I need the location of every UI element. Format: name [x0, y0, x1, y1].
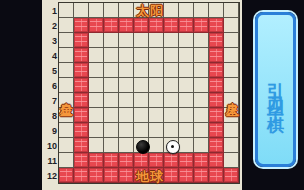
white-stone: [166, 140, 180, 154]
wall-brick-cell[interactable]: [209, 168, 224, 183]
wall-brick-cell[interactable]: [179, 168, 194, 183]
board-cell[interactable]: [194, 33, 209, 48]
board-cell[interactable]: [119, 33, 134, 48]
wall-brick-cell[interactable]: [209, 123, 224, 138]
wall-brick-cell[interactable]: [89, 18, 104, 33]
wall-brick-cell[interactable]: [74, 78, 89, 93]
wall-brick-cell[interactable]: [164, 168, 179, 183]
board-cell[interactable]: [149, 78, 164, 93]
board-cell[interactable]: [149, 108, 164, 123]
board-cell[interactable]: [179, 48, 194, 63]
board-cell[interactable]: [224, 78, 239, 93]
wall-brick-cell[interactable]: [194, 153, 209, 168]
row-number-3: 3: [45, 34, 57, 49]
board-cell[interactable]: [164, 3, 179, 18]
board-cell[interactable]: [224, 138, 239, 153]
wall-brick-cell[interactable]: [209, 63, 224, 78]
wall-brick-cell[interactable]: [89, 168, 104, 183]
board-cell[interactable]: [194, 123, 209, 138]
black-stone: [136, 140, 150, 154]
board-cell[interactable]: [89, 33, 104, 48]
wall-brick-cell[interactable]: [209, 33, 224, 48]
board-cell[interactable]: [119, 48, 134, 63]
board-cell[interactable]: [194, 3, 209, 18]
board-cell[interactable]: [59, 153, 74, 168]
board-cell[interactable]: [104, 63, 119, 78]
board-cell[interactable]: [89, 78, 104, 93]
wall-brick-cell[interactable]: [59, 168, 74, 183]
board-cell[interactable]: [119, 78, 134, 93]
board-cell[interactable]: [224, 108, 239, 123]
title-banner: 引力四子棋: [255, 12, 296, 167]
board-cell[interactable]: [149, 3, 164, 18]
board-cell[interactable]: [104, 138, 119, 153]
wall-brick-cell[interactable]: [134, 168, 149, 183]
board-cell[interactable]: [179, 93, 194, 108]
board-cell[interactable]: [104, 48, 119, 63]
wall-brick-cell[interactable]: [104, 18, 119, 33]
row-number-2: 2: [45, 19, 57, 34]
row-number-1: 1: [45, 4, 57, 19]
board-panel: 太阳 地球 金星 火星 123456789101112: [42, 0, 242, 190]
last-move-marker: [171, 145, 174, 148]
wall-brick-cell[interactable]: [119, 168, 134, 183]
board-cell[interactable]: [59, 33, 74, 48]
wall-brick-cell[interactable]: [209, 48, 224, 63]
board-cell[interactable]: [134, 3, 149, 18]
banner-title-text: 引力四子棋: [264, 70, 287, 110]
board-cell[interactable]: [89, 108, 104, 123]
wall-brick-cell[interactable]: [104, 168, 119, 183]
wall-brick-cell[interactable]: [74, 108, 89, 123]
row-number-11: 11: [45, 154, 57, 169]
board-cell[interactable]: [59, 138, 74, 153]
row-number-8: 8: [45, 109, 57, 124]
board-cell[interactable]: [179, 78, 194, 93]
wall-brick-cell[interactable]: [89, 153, 104, 168]
board-cell[interactable]: [194, 93, 209, 108]
wall-brick-cell[interactable]: [149, 153, 164, 168]
board-cell[interactable]: [179, 138, 194, 153]
wall-brick-cell[interactable]: [74, 33, 89, 48]
board-cell[interactable]: [89, 63, 104, 78]
wall-brick-cell[interactable]: [179, 18, 194, 33]
wall-brick-cell[interactable]: [104, 153, 119, 168]
board-cell[interactable]: [224, 153, 239, 168]
wall-brick-cell[interactable]: [134, 153, 149, 168]
board-cell[interactable]: [89, 123, 104, 138]
wall-brick-cell[interactable]: [119, 153, 134, 168]
board-cell[interactable]: [149, 123, 164, 138]
board-cell[interactable]: [59, 18, 74, 33]
board-cell[interactable]: [224, 33, 239, 48]
board-cell[interactable]: [164, 33, 179, 48]
board-cell[interactable]: [59, 3, 74, 18]
wall-brick-cell[interactable]: [119, 18, 134, 33]
board-cell[interactable]: [164, 63, 179, 78]
board-cell[interactable]: [134, 63, 149, 78]
wall-brick-cell[interactable]: [194, 168, 209, 183]
board-cell[interactable]: [119, 63, 134, 78]
board-cell[interactable]: [104, 108, 119, 123]
board-cell[interactable]: [224, 48, 239, 63]
board-cell[interactable]: [194, 78, 209, 93]
board-cell[interactable]: [134, 123, 149, 138]
wall-brick-cell[interactable]: [179, 153, 194, 168]
wall-brick-cell[interactable]: [149, 168, 164, 183]
row-number-5: 5: [45, 64, 57, 79]
wall-brick-cell[interactable]: [209, 78, 224, 93]
board-cell[interactable]: [104, 3, 119, 18]
wall-brick-cell[interactable]: [164, 153, 179, 168]
board-cell[interactable]: [194, 48, 209, 63]
board-cell[interactable]: [59, 108, 74, 123]
wall-brick-cell[interactable]: [74, 138, 89, 153]
wall-brick-cell[interactable]: [74, 153, 89, 168]
wall-brick-cell[interactable]: [74, 123, 89, 138]
board-cell[interactable]: [224, 123, 239, 138]
wall-brick-cell[interactable]: [74, 18, 89, 33]
board-cell[interactable]: [134, 93, 149, 108]
board-cell[interactable]: [224, 3, 239, 18]
wall-brick-cell[interactable]: [194, 18, 209, 33]
board-cell[interactable]: [179, 108, 194, 123]
board-cell[interactable]: [179, 3, 194, 18]
board-cell[interactable]: [119, 108, 134, 123]
board-cell[interactable]: [134, 108, 149, 123]
board-cell[interactable]: [59, 48, 74, 63]
row-number-6: 6: [45, 79, 57, 94]
board-cell[interactable]: [134, 78, 149, 93]
board-cell[interactable]: [164, 48, 179, 63]
wall-brick-cell[interactable]: [74, 93, 89, 108]
board-cell[interactable]: [59, 63, 74, 78]
wall-brick-cell[interactable]: [209, 153, 224, 168]
board-cell[interactable]: [224, 63, 239, 78]
board-cell[interactable]: [119, 3, 134, 18]
board-cell[interactable]: [164, 93, 179, 108]
board-cell[interactable]: [104, 93, 119, 108]
board-cell[interactable]: [89, 48, 104, 63]
board-cell[interactable]: [179, 123, 194, 138]
board-cell[interactable]: [119, 93, 134, 108]
board-cell[interactable]: [119, 123, 134, 138]
board-cell[interactable]: [179, 33, 194, 48]
board-cell[interactable]: [164, 78, 179, 93]
board-cell[interactable]: [89, 138, 104, 153]
wall-brick-cell[interactable]: [209, 108, 224, 123]
wall-brick-cell[interactable]: [74, 63, 89, 78]
wall-brick-cell[interactable]: [209, 93, 224, 108]
board-cell[interactable]: [74, 3, 89, 18]
board-cell[interactable]: [224, 18, 239, 33]
game-screen: 太阳 地球 金星 火星 123456789101112 引力四子棋: [0, 0, 304, 190]
row-number-10: 10: [45, 139, 57, 154]
board-cell[interactable]: [59, 93, 74, 108]
row-number-7: 7: [45, 94, 57, 109]
board-cell[interactable]: [89, 3, 104, 18]
row-number-12: 12: [45, 169, 57, 184]
wall-brick-cell[interactable]: [164, 18, 179, 33]
wall-brick-cell[interactable]: [74, 48, 89, 63]
board-cell[interactable]: [194, 138, 209, 153]
board-cell[interactable]: [149, 33, 164, 48]
board-cell[interactable]: [134, 48, 149, 63]
board-cell[interactable]: [59, 78, 74, 93]
board-grid[interactable]: 太阳 地球 金星 火星 123456789101112: [58, 2, 240, 184]
board-cell[interactable]: [149, 63, 164, 78]
board-cell[interactable]: [164, 123, 179, 138]
board-cell[interactable]: [224, 93, 239, 108]
board-cell[interactable]: [59, 123, 74, 138]
board-cell[interactable]: [104, 123, 119, 138]
wall-brick-cell[interactable]: [209, 18, 224, 33]
board-cell[interactable]: [194, 63, 209, 78]
board-cell[interactable]: [104, 78, 119, 93]
board-cell[interactable]: [194, 108, 209, 123]
wall-brick-cell[interactable]: [74, 168, 89, 183]
board-cell[interactable]: [104, 33, 119, 48]
wall-brick-cell[interactable]: [209, 138, 224, 153]
board-cell[interactable]: [149, 93, 164, 108]
board-cell[interactable]: [164, 108, 179, 123]
row-number-9: 9: [45, 124, 57, 139]
board-cell[interactable]: [149, 48, 164, 63]
board-cell[interactable]: [119, 138, 134, 153]
board-cell[interactable]: [209, 3, 224, 18]
board-cell[interactable]: [134, 33, 149, 48]
row-number-4: 4: [45, 49, 57, 64]
board-cell[interactable]: [149, 138, 164, 153]
board-cell[interactable]: [179, 63, 194, 78]
wall-brick-cell[interactable]: [224, 168, 239, 183]
wall-brick-cell[interactable]: [149, 18, 164, 33]
board-cell[interactable]: [89, 93, 104, 108]
wall-brick-cell[interactable]: [134, 18, 149, 33]
